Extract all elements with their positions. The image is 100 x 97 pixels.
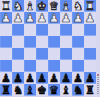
white-pawn[interactable]: ♟ <box>85 12 95 24</box>
square-h5[interactable] <box>0 48 12 60</box>
square-b5[interactable] <box>72 48 84 60</box>
square-g5[interactable] <box>12 48 24 60</box>
square-c5[interactable] <box>60 48 72 60</box>
black-pawn[interactable]: ♟ <box>61 72 71 84</box>
square-e3[interactable] <box>36 24 48 36</box>
square-d4[interactable] <box>48 36 60 48</box>
black-pawn[interactable]: ♟ <box>1 72 11 84</box>
white-rook[interactable]: ♜ <box>1 0 11 12</box>
square-g3[interactable] <box>12 24 24 36</box>
square-a6[interactable] <box>84 60 96 72</box>
right-edge-strip <box>96 0 100 97</box>
white-pawn[interactable]: ♟ <box>49 12 59 24</box>
chess-app-window: ♜♞♝♚♛♝♞♜♟♟♟♟♟♟♟♟♟♟♟♟♟♟♟♟♜♞♝♚♛♝♞♜ <box>0 0 100 97</box>
square-e2[interactable]: ♟ <box>36 12 48 24</box>
square-d6[interactable] <box>48 60 60 72</box>
square-d3[interactable] <box>48 24 60 36</box>
square-a1[interactable]: ♜ <box>84 0 96 12</box>
white-pawn[interactable]: ♟ <box>13 12 23 24</box>
white-king[interactable]: ♚ <box>37 0 47 12</box>
square-d7[interactable]: ♟ <box>48 72 60 84</box>
white-bishop[interactable]: ♝ <box>61 0 71 12</box>
square-g1[interactable]: ♞ <box>12 0 24 12</box>
white-pawn[interactable]: ♟ <box>61 12 71 24</box>
square-g2[interactable]: ♟ <box>12 12 24 24</box>
square-b2[interactable]: ♟ <box>72 12 84 24</box>
square-a2[interactable]: ♟ <box>84 12 96 24</box>
square-f1[interactable]: ♝ <box>24 0 36 12</box>
white-pawn[interactable]: ♟ <box>73 12 83 24</box>
square-h8[interactable]: ♜ <box>0 84 12 96</box>
square-c4[interactable] <box>60 36 72 48</box>
square-e1[interactable]: ♚ <box>36 0 48 12</box>
square-e5[interactable] <box>36 48 48 60</box>
square-f6[interactable] <box>24 60 36 72</box>
square-h2[interactable]: ♟ <box>0 12 12 24</box>
square-b7[interactable]: ♟ <box>72 72 84 84</box>
white-pawn[interactable]: ♟ <box>25 12 35 24</box>
square-b4[interactable] <box>72 36 84 48</box>
square-f4[interactable] <box>24 36 36 48</box>
square-b8[interactable]: ♞ <box>72 84 84 96</box>
square-f7[interactable]: ♟ <box>24 72 36 84</box>
square-e8[interactable]: ♚ <box>36 84 48 96</box>
square-g7[interactable]: ♟ <box>12 72 24 84</box>
white-rook[interactable]: ♜ <box>85 0 95 12</box>
square-d2[interactable]: ♟ <box>48 12 60 24</box>
square-a5[interactable] <box>84 48 96 60</box>
square-d8[interactable]: ♛ <box>48 84 60 96</box>
square-h4[interactable] <box>0 36 12 48</box>
square-g8[interactable]: ♞ <box>12 84 24 96</box>
square-b6[interactable] <box>72 60 84 72</box>
square-c2[interactable]: ♟ <box>60 12 72 24</box>
black-pawn[interactable]: ♟ <box>73 72 83 84</box>
white-pawn[interactable]: ♟ <box>37 12 47 24</box>
square-h1[interactable]: ♜ <box>0 0 12 12</box>
black-rook[interactable]: ♜ <box>1 84 11 96</box>
square-c7[interactable]: ♟ <box>60 72 72 84</box>
black-knight[interactable]: ♞ <box>13 84 23 96</box>
square-c1[interactable]: ♝ <box>60 0 72 12</box>
square-c6[interactable] <box>60 60 72 72</box>
white-queen[interactable]: ♛ <box>49 0 59 12</box>
square-b3[interactable] <box>72 24 84 36</box>
square-a4[interactable] <box>84 36 96 48</box>
square-d1[interactable]: ♛ <box>48 0 60 12</box>
square-e6[interactable] <box>36 60 48 72</box>
black-rook[interactable]: ♜ <box>85 84 95 96</box>
square-f8[interactable]: ♝ <box>24 84 36 96</box>
square-g4[interactable] <box>12 36 24 48</box>
black-bishop[interactable]: ♝ <box>61 84 71 96</box>
square-a3[interactable] <box>84 24 96 36</box>
black-pawn[interactable]: ♟ <box>85 72 95 84</box>
square-a7[interactable]: ♟ <box>84 72 96 84</box>
square-h3[interactable] <box>0 24 12 36</box>
square-f5[interactable] <box>24 48 36 60</box>
black-queen[interactable]: ♛ <box>49 84 59 96</box>
square-f3[interactable] <box>24 24 36 36</box>
square-g6[interactable] <box>12 60 24 72</box>
white-pawn[interactable]: ♟ <box>1 12 11 24</box>
square-e4[interactable] <box>36 36 48 48</box>
black-king[interactable]: ♚ <box>37 84 47 96</box>
white-knight[interactable]: ♞ <box>13 0 23 12</box>
black-bishop[interactable]: ♝ <box>25 84 35 96</box>
bottom-edge-strip <box>0 96 96 97</box>
square-b1[interactable]: ♞ <box>72 0 84 12</box>
square-d5[interactable] <box>48 48 60 60</box>
black-pawn[interactable]: ♟ <box>49 72 59 84</box>
square-a8[interactable]: ♜ <box>84 84 96 96</box>
square-h7[interactable]: ♟ <box>0 72 12 84</box>
square-c3[interactable] <box>60 24 72 36</box>
square-c8[interactable]: ♝ <box>60 84 72 96</box>
watermark-text <box>97 77 99 95</box>
white-knight[interactable]: ♞ <box>73 0 83 12</box>
square-h6[interactable] <box>0 60 12 72</box>
square-e7[interactable]: ♟ <box>36 72 48 84</box>
white-bishop[interactable]: ♝ <box>25 0 35 12</box>
black-knight[interactable]: ♞ <box>73 84 83 96</box>
black-pawn[interactable]: ♟ <box>37 72 47 84</box>
chess-board: ♜♞♝♚♛♝♞♜♟♟♟♟♟♟♟♟♟♟♟♟♟♟♟♟♜♞♝♚♛♝♞♜ <box>0 0 96 96</box>
square-f2[interactable]: ♟ <box>24 12 36 24</box>
black-pawn[interactable]: ♟ <box>13 72 23 84</box>
black-pawn[interactable]: ♟ <box>25 72 35 84</box>
